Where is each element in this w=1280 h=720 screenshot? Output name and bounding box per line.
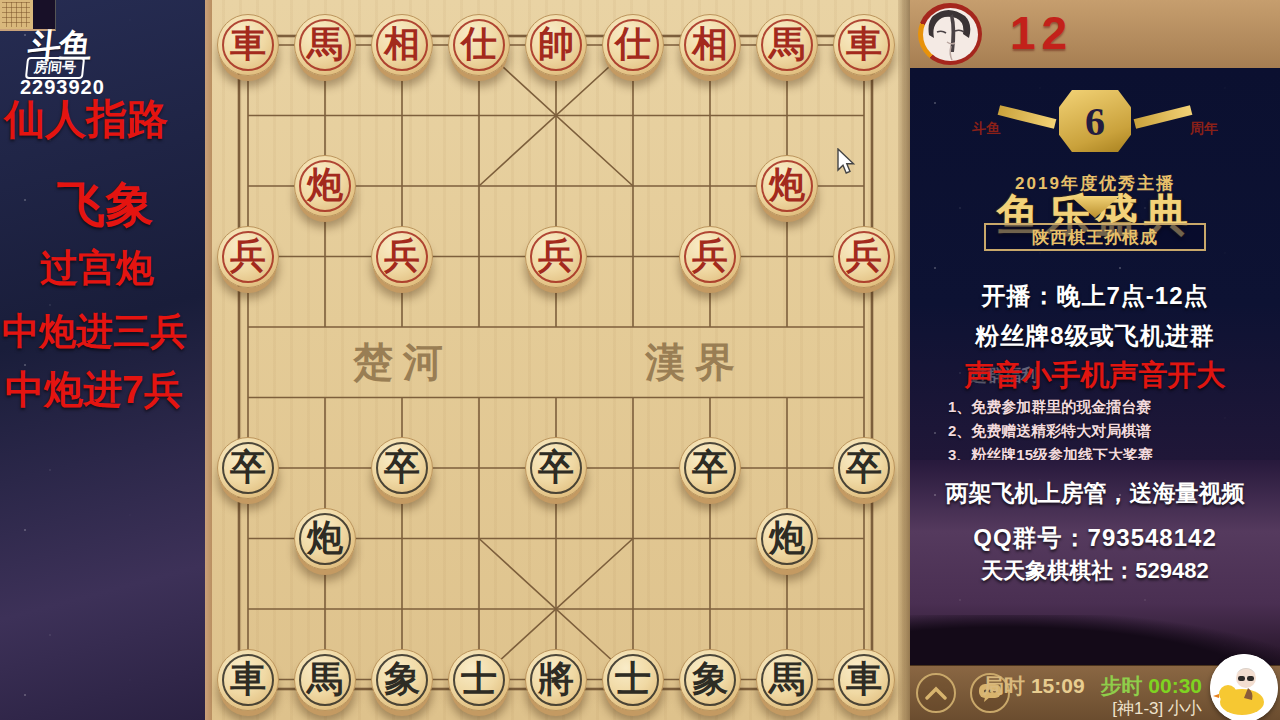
promo-line: 两架飞机上房管，送海量视频 [910, 478, 1280, 509]
piece-glyph: 象 [692, 661, 728, 697]
piece-black-advisor[interactable]: 士 [602, 649, 664, 711]
piece-glyph: 相 [384, 26, 420, 62]
game-status-bar: 局时 15:09 步时 00:30 [神1-3] 小小 [910, 665, 1280, 720]
left-panel: 斗鱼 房间号 2293920 仙人指路 飞象 过宫炮 中炮进三兵 中炮进7兵 [0, 0, 205, 720]
piece-glyph: 帥 [538, 26, 574, 62]
piece-red-horse[interactable]: 馬 [756, 14, 818, 76]
avatar-face [923, 8, 978, 61]
piece-red-advisor[interactable]: 仕 [602, 14, 664, 76]
opening-line: 中炮进三兵 [2, 307, 207, 357]
piece-glyph: 卒 [538, 449, 574, 485]
opening-line: 中炮进7兵 [5, 363, 210, 417]
chess-club-line: 天天象棋棋社：529482 [910, 556, 1280, 586]
piece-red-soldier[interactable]: 兵 [217, 226, 279, 288]
piece-black-advisor[interactable]: 士 [448, 649, 510, 711]
piece-glyph: 兵 [384, 238, 420, 274]
piece-red-soldier[interactable]: 兵 [371, 226, 433, 288]
game-time-label: 局时 [983, 674, 1025, 697]
piece-red-cannon[interactable]: 炮 [756, 155, 818, 217]
piece-glyph: 兵 [846, 238, 882, 274]
benefit-item: 1、免费参加群里的现金擂台赛 [948, 398, 1280, 417]
player-avatar[interactable] [1210, 654, 1278, 720]
piece-black-chariot[interactable]: 車 [217, 649, 279, 711]
piece-black-horse[interactable]: 馬 [294, 649, 356, 711]
piece-glyph: 馬 [307, 26, 343, 62]
right-top-bar: 12 [910, 0, 1280, 68]
piece-glyph: 車 [846, 26, 882, 62]
river-text-left: 楚河 [352, 340, 453, 385]
piece-glyph: 仕 [615, 26, 651, 62]
event-subtitle: 2019年度优秀主播 [910, 172, 1280, 195]
piece-glyph: 車 [230, 26, 266, 62]
piece-black-soldier[interactable]: 卒 [525, 437, 587, 499]
piece-black-horse[interactable]: 馬 [756, 649, 818, 711]
piece-red-cannon[interactable]: 炮 [294, 155, 356, 217]
move-time-value: 00:30 [1148, 674, 1202, 697]
piece-glyph: 兵 [230, 238, 266, 274]
benefit-item: 2、免费赠送精彩特大对局棋谱 [948, 422, 1280, 441]
piece-red-elephant[interactable]: 相 [679, 14, 741, 76]
piece-black-soldier[interactable]: 卒 [371, 437, 433, 499]
right-panel: 12 斗鱼 周年 6 鱼乐盛典 2019年度优秀主播 陕西棋王孙根成 开播：晚上… [910, 0, 1280, 720]
piece-glyph: 仕 [461, 26, 497, 62]
piece-black-chariot[interactable]: 車 [833, 649, 895, 711]
piece-black-soldier[interactable]: 卒 [679, 437, 741, 499]
piece-glyph: 馬 [307, 661, 343, 697]
game-time-value: 15:09 [1031, 674, 1085, 697]
piece-black-soldier[interactable]: 卒 [217, 437, 279, 499]
streamer-name-box: 陕西棋王孙根成 [984, 223, 1206, 251]
board[interactable]: 楚河 漢界 車馬相仕帥仕相馬車炮炮兵兵兵兵兵卒卒卒卒卒炮炮車馬象士將士象馬車 [205, 0, 910, 720]
piece-glyph: 炮 [307, 520, 343, 556]
piece-black-cannon[interactable]: 炮 [756, 508, 818, 570]
piece-black-elephant[interactable]: 象 [679, 649, 741, 711]
piece-red-advisor[interactable]: 仕 [448, 14, 510, 76]
move-time-label: 步时 [1100, 674, 1142, 697]
piece-glyph: 炮 [769, 167, 805, 203]
piece-glyph: 象 [384, 661, 420, 697]
piece-glyph: 卒 [692, 449, 728, 485]
piece-glyph: 相 [692, 26, 728, 62]
badge-six: 6 [1059, 90, 1131, 152]
piece-red-general[interactable]: 帥 [525, 14, 587, 76]
piece-black-elephant[interactable]: 象 [371, 649, 433, 711]
piece-red-chariot[interactable]: 車 [833, 14, 895, 76]
duck-baby-icon [1210, 654, 1278, 720]
badge-left-text: 斗鱼 [972, 120, 1000, 138]
badge-right-text: 周年 [1190, 120, 1218, 138]
piece-glyph: 卒 [230, 449, 266, 485]
piece-black-cannon[interactable]: 炮 [294, 508, 356, 570]
volume-warning: 声音小手机声音开大 [910, 356, 1280, 396]
badge-wing-left [998, 105, 1057, 129]
piece-glyph: 車 [230, 661, 266, 697]
piece-red-soldier[interactable]: 兵 [833, 226, 895, 288]
viewer-count: 12 [1010, 6, 1073, 60]
qq-group-line: QQ群号：793548142 [910, 522, 1280, 554]
piece-glyph: 馬 [769, 26, 805, 62]
join-requirement-line: 粉丝牌8级或飞机进群 [910, 320, 1280, 352]
piece-red-soldier[interactable]: 兵 [525, 226, 587, 288]
piece-glyph: 兵 [538, 238, 574, 274]
piece-glyph: 馬 [769, 661, 805, 697]
opening-line: 仙人指路 [4, 92, 209, 147]
promo-section: 两架飞机上房管，送海量视频 QQ群号：793548142 天天象棋棋社：5294… [910, 460, 1280, 665]
piece-red-elephant[interactable]: 相 [371, 14, 433, 76]
collapse-button[interactable] [916, 673, 956, 713]
piece-glyph: 兵 [692, 238, 728, 274]
board-right-edge [898, 0, 910, 720]
piece-glyph: 卒 [846, 449, 882, 485]
piece-glyph: 將 [538, 661, 574, 697]
piece-red-chariot[interactable]: 車 [217, 14, 279, 76]
schedule-line: 开播：晚上7点-12点 [910, 280, 1280, 312]
clocks: 局时 15:09 步时 00:30 [983, 672, 1202, 700]
stream-screenshot: 斗鱼 房间号 2293920 仙人指路 飞象 过宫炮 中炮进三兵 中炮进7兵 楚… [0, 0, 1280, 720]
piece-glyph: 炮 [769, 520, 805, 556]
streamer-avatar[interactable] [918, 3, 982, 65]
piece-red-soldier[interactable]: 兵 [679, 226, 741, 288]
river-text-right: 漢界 [644, 340, 745, 385]
board-grid: 楚河 漢界 [205, 0, 910, 720]
benefit-item: 3、粉丝牌15级参加线下大奖赛 [948, 446, 1280, 460]
badge-wing-right [1134, 105, 1193, 129]
piece-black-soldier[interactable]: 卒 [833, 437, 895, 499]
player-name: [神1-3] 小小 [1112, 697, 1202, 720]
piece-glyph: 卒 [384, 449, 420, 485]
event-banner: 斗鱼 周年 6 鱼乐盛典 2019年度优秀主播 陕西棋王孙根成 开播：晚上7点-… [910, 68, 1280, 460]
piece-glyph: 車 [846, 661, 882, 697]
piece-glyph: 士 [461, 661, 497, 697]
piece-red-horse[interactable]: 馬 [294, 14, 356, 76]
chevron-up-icon [925, 686, 947, 700]
piece-black-general[interactable]: 將 [525, 649, 587, 711]
piece-glyph: 士 [615, 661, 651, 697]
piece-glyph: 炮 [307, 167, 343, 203]
